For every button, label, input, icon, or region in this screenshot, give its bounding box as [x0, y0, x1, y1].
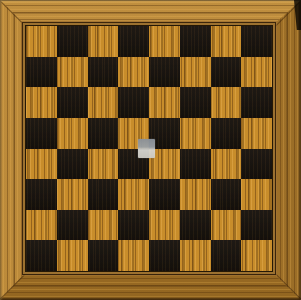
- square-a3[interactable]: [26, 179, 57, 210]
- square-h6[interactable]: [241, 87, 272, 118]
- square-g4[interactable]: [211, 149, 242, 180]
- square-g7[interactable]: [211, 57, 242, 88]
- square-g2[interactable]: [211, 210, 242, 241]
- square-h7[interactable]: [241, 57, 272, 88]
- square-h4[interactable]: [241, 149, 272, 180]
- square-g1[interactable]: [211, 240, 242, 271]
- square-e7[interactable]: [149, 57, 180, 88]
- square-b4[interactable]: [57, 149, 88, 180]
- square-d2[interactable]: [118, 210, 149, 241]
- square-d7[interactable]: [118, 57, 149, 88]
- square-c8[interactable]: [88, 26, 119, 57]
- square-f4[interactable]: [180, 149, 211, 180]
- square-d3[interactable]: [118, 179, 149, 210]
- square-e8[interactable]: [149, 26, 180, 57]
- square-d6[interactable]: [118, 87, 149, 118]
- square-g3[interactable]: [211, 179, 242, 210]
- square-h8[interactable]: [241, 26, 272, 57]
- square-c3[interactable]: [88, 179, 119, 210]
- square-a7[interactable]: [26, 57, 57, 88]
- square-d1[interactable]: [118, 240, 149, 271]
- square-f2[interactable]: [180, 210, 211, 241]
- square-a6[interactable]: [26, 87, 57, 118]
- square-f6[interactable]: [180, 87, 211, 118]
- square-a4[interactable]: [26, 149, 57, 180]
- square-c4[interactable]: [88, 149, 119, 180]
- square-d8[interactable]: [118, 26, 149, 57]
- square-h1[interactable]: [241, 240, 272, 271]
- square-h2[interactable]: [241, 210, 272, 241]
- chessboard-photo: [0, 0, 301, 300]
- square-c1[interactable]: [88, 240, 119, 271]
- square-b8[interactable]: [57, 26, 88, 57]
- square-a5[interactable]: [26, 118, 57, 149]
- square-c7[interactable]: [88, 57, 119, 88]
- square-a1[interactable]: [26, 240, 57, 271]
- square-b2[interactable]: [57, 210, 88, 241]
- square-g8[interactable]: [211, 26, 242, 57]
- square-b7[interactable]: [57, 57, 88, 88]
- square-e3[interactable]: [149, 179, 180, 210]
- square-c2[interactable]: [88, 210, 119, 241]
- square-a8[interactable]: [26, 26, 57, 57]
- square-h5[interactable]: [241, 118, 272, 149]
- square-e2[interactable]: [149, 210, 180, 241]
- square-b3[interactable]: [57, 179, 88, 210]
- square-b6[interactable]: [57, 87, 88, 118]
- square-c6[interactable]: [88, 87, 119, 118]
- square-g6[interactable]: [211, 87, 242, 118]
- square-b1[interactable]: [57, 240, 88, 271]
- center-artifact-marker: [138, 139, 155, 158]
- square-f1[interactable]: [180, 240, 211, 271]
- square-f5[interactable]: [180, 118, 211, 149]
- square-f8[interactable]: [180, 26, 211, 57]
- square-h3[interactable]: [241, 179, 272, 210]
- square-g5[interactable]: [211, 118, 242, 149]
- square-a2[interactable]: [26, 210, 57, 241]
- square-f3[interactable]: [180, 179, 211, 210]
- square-e1[interactable]: [149, 240, 180, 271]
- square-e6[interactable]: [149, 87, 180, 118]
- square-f7[interactable]: [180, 57, 211, 88]
- square-b5[interactable]: [57, 118, 88, 149]
- square-c5[interactable]: [88, 118, 119, 149]
